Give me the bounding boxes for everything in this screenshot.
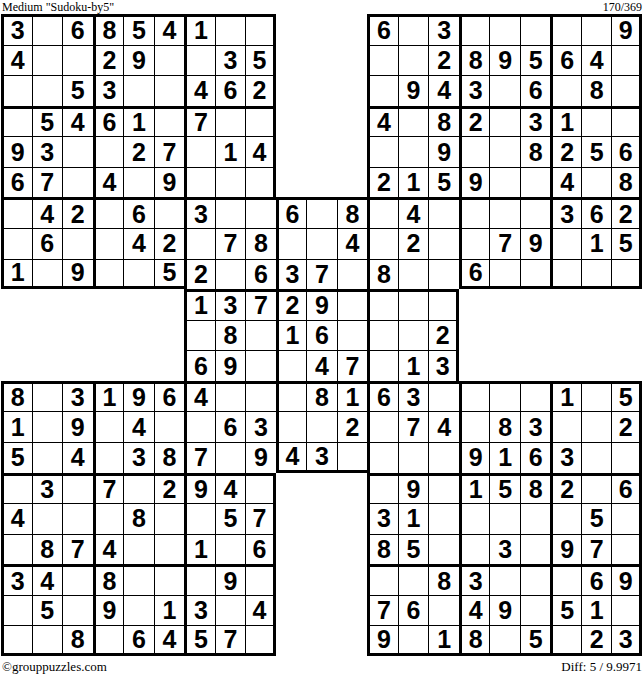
- sudoku-cell-empty[interactable]: [123, 75, 154, 106]
- void-cell: [306, 45, 337, 76]
- void-cell: [611, 350, 642, 381]
- sudoku-cell-empty[interactable]: [1, 106, 32, 137]
- sudoku-cell-empty[interactable]: [123, 259, 154, 290]
- void-cell: [93, 350, 124, 381]
- sudoku-cell-given: 8: [520, 136, 551, 167]
- sudoku-cell-empty[interactable]: [367, 320, 398, 351]
- sudoku-cell-given: 5: [581, 136, 612, 167]
- sudoku-cell-given: 2: [276, 289, 307, 320]
- sudoku-cell-given: 1: [581, 595, 612, 626]
- sudoku-cell-empty[interactable]: [62, 167, 93, 198]
- sudoku-cell-empty[interactable]: [184, 228, 215, 259]
- sudoku-cell-empty[interactable]: [245, 350, 276, 381]
- sudoku-cell-empty[interactable]: [306, 197, 337, 228]
- sudoku-cell-empty[interactable]: [62, 595, 93, 626]
- sudoku-cell-given: 8: [489, 411, 520, 442]
- sudoku-cell-empty[interactable]: [398, 136, 429, 167]
- sudoku-cell-empty[interactable]: [306, 228, 337, 259]
- sudoku-cell-empty[interactable]: [245, 473, 276, 504]
- sudoku-cell-empty[interactable]: [32, 75, 63, 106]
- sudoku-cell-empty[interactable]: [459, 534, 490, 565]
- sudoku-cell-empty[interactable]: [93, 442, 124, 473]
- sudoku-cell-empty[interactable]: [215, 381, 246, 412]
- sudoku-cell-empty[interactable]: [428, 259, 459, 290]
- sudoku-cell-empty[interactable]: [550, 503, 581, 534]
- sudoku-cell-given: 3: [184, 595, 215, 626]
- sudoku-cell-given: 3: [428, 350, 459, 381]
- sudoku-cell-empty[interactable]: [367, 45, 398, 76]
- sudoku-cell-empty[interactable]: [489, 503, 520, 534]
- sudoku-cell-given: 1: [276, 320, 307, 351]
- void-cell: [93, 320, 124, 351]
- sudoku-cell-given: 6: [398, 595, 429, 626]
- sudoku-cell-given: 6: [550, 45, 581, 76]
- sudoku-cell-given: 5: [581, 503, 612, 534]
- sudoku-cell-empty[interactable]: [367, 197, 398, 228]
- sudoku-cell-given: 6: [520, 75, 551, 106]
- sudoku-cell-empty[interactable]: [398, 564, 429, 595]
- sudoku-cell-empty[interactable]: [32, 381, 63, 412]
- sudoku-cell-given: 1: [93, 381, 124, 412]
- sudoku-cell-given: 4: [1, 45, 32, 76]
- sudoku-cell-empty[interactable]: [123, 167, 154, 198]
- sudoku-cell-empty[interactable]: [489, 625, 520, 656]
- sudoku-cell-given: 1: [581, 228, 612, 259]
- sudoku-cell-empty[interactable]: [154, 106, 185, 137]
- copyright-text: ©grouppuzzles.com: [2, 659, 107, 675]
- sudoku-cell-given: 4: [184, 381, 215, 412]
- sudoku-cell-empty[interactable]: [1, 197, 32, 228]
- sudoku-cell-empty[interactable]: [520, 534, 551, 565]
- sudoku-cell-empty[interactable]: [32, 45, 63, 76]
- sudoku-cell-empty[interactable]: [367, 228, 398, 259]
- sudoku-cell-empty[interactable]: [367, 473, 398, 504]
- sudoku-cell-empty[interactable]: [32, 625, 63, 656]
- sudoku-cell-empty[interactable]: [489, 14, 520, 45]
- sudoku-cell-empty[interactable]: [428, 381, 459, 412]
- sudoku-cell-empty[interactable]: [367, 350, 398, 381]
- sudoku-cell-empty[interactable]: [489, 167, 520, 198]
- sudoku-cell-empty[interactable]: [550, 625, 581, 656]
- sudoku-cell-given: 7: [215, 228, 246, 259]
- sudoku-cell-empty[interactable]: [62, 45, 93, 76]
- sudoku-cell-empty[interactable]: [611, 534, 642, 565]
- sudoku-cell-empty[interactable]: [215, 14, 246, 45]
- sudoku-cell-given: 5: [520, 45, 551, 76]
- sudoku-cell-empty[interactable]: [520, 503, 551, 534]
- void-cell: [337, 625, 368, 656]
- sudoku-cell-given: 6: [62, 14, 93, 45]
- sudoku-cell-given: 5: [123, 14, 154, 45]
- sudoku-cell-empty[interactable]: [520, 259, 551, 290]
- sudoku-cell-given: 9: [398, 75, 429, 106]
- sudoku-cell-given: 6: [581, 564, 612, 595]
- sudoku-cell-given: 3: [276, 259, 307, 290]
- sudoku-cell-given: 6: [306, 320, 337, 351]
- sudoku-cell-empty[interactable]: [276, 381, 307, 412]
- sudoku-cell-empty[interactable]: [62, 473, 93, 504]
- sudoku-cell-empty[interactable]: [428, 534, 459, 565]
- sudoku-cell-empty[interactable]: [367, 442, 398, 473]
- sudoku-cell-given: 8: [1, 381, 32, 412]
- sudoku-cell-empty[interactable]: [398, 625, 429, 656]
- sudoku-cell-empty[interactable]: [550, 259, 581, 290]
- sudoku-cell-empty[interactable]: [93, 197, 124, 228]
- sudoku-cell-given: 9: [62, 411, 93, 442]
- void-cell: [306, 167, 337, 198]
- sudoku-cell-empty[interactable]: [32, 259, 63, 290]
- sudoku-cell-empty[interactable]: [398, 14, 429, 45]
- sudoku-cell-given: 8: [215, 320, 246, 351]
- sudoku-cell-given: 7: [245, 289, 276, 320]
- sudoku-cell-empty[interactable]: [62, 228, 93, 259]
- sudoku-cell-empty[interactable]: [245, 14, 276, 45]
- void-cell: [550, 289, 581, 320]
- sudoku-cell-empty[interactable]: [611, 595, 642, 626]
- sudoku-cell-empty[interactable]: [581, 259, 612, 290]
- sudoku-cell-empty[interactable]: [62, 503, 93, 534]
- void-cell: [276, 106, 307, 137]
- sudoku-cell-given: 2: [245, 75, 276, 106]
- sudoku-cell-empty[interactable]: [550, 14, 581, 45]
- sudoku-cell-empty[interactable]: [489, 75, 520, 106]
- sudoku-cell-given: 8: [428, 106, 459, 137]
- sudoku-cell-given: 3: [1, 564, 32, 595]
- sudoku-cell-empty[interactable]: [215, 259, 246, 290]
- sudoku-cell-empty[interactable]: [245, 625, 276, 656]
- sudoku-cell-given: 8: [245, 228, 276, 259]
- void-cell: [337, 75, 368, 106]
- void-cell: [154, 289, 185, 320]
- sudoku-cell-empty[interactable]: [154, 75, 185, 106]
- void-cell: [1, 320, 32, 351]
- void-cell: [276, 136, 307, 167]
- sudoku-cell-empty[interactable]: [245, 564, 276, 595]
- sudoku-cell-empty[interactable]: [428, 228, 459, 259]
- sudoku-cell-empty[interactable]: [611, 75, 642, 106]
- sudoku-cell-empty[interactable]: [123, 473, 154, 504]
- sudoku-cell-empty[interactable]: [215, 534, 246, 565]
- sudoku-cell-empty[interactable]: [123, 534, 154, 565]
- sudoku-cell-empty[interactable]: [337, 289, 368, 320]
- sudoku-cell-empty[interactable]: [398, 442, 429, 473]
- sudoku-cell-empty[interactable]: [428, 442, 459, 473]
- sudoku-cell-empty[interactable]: [32, 442, 63, 473]
- sudoku-cell-given: 7: [398, 411, 429, 442]
- sudoku-cell-given: 5: [62, 75, 93, 106]
- sudoku-cell-given: 4: [184, 75, 215, 106]
- sudoku-cell-given: 6: [245, 534, 276, 565]
- sudoku-cell-empty[interactable]: [367, 75, 398, 106]
- sudoku-cell-given: 2: [581, 625, 612, 656]
- sudoku-cell-empty[interactable]: [611, 503, 642, 534]
- sudoku-cell-empty[interactable]: [611, 106, 642, 137]
- void-cell: [489, 350, 520, 381]
- sudoku-cell-empty[interactable]: [428, 503, 459, 534]
- sudoku-cell-given: 3: [459, 564, 490, 595]
- sudoku-cell-given: 5: [32, 595, 63, 626]
- void-cell: [32, 350, 63, 381]
- sudoku-cell-given: 9: [154, 167, 185, 198]
- sudoku-cell-empty[interactable]: [398, 45, 429, 76]
- sudoku-cell-given: 5: [245, 45, 276, 76]
- sudoku-cell-given: 4: [123, 411, 154, 442]
- sudoku-cell-empty[interactable]: [215, 197, 246, 228]
- sudoku-cell-given: 7: [215, 625, 246, 656]
- sudoku-cell-empty[interactable]: [62, 136, 93, 167]
- sudoku-cell-empty[interactable]: [1, 228, 32, 259]
- sudoku-cell-empty[interactable]: [611, 442, 642, 473]
- sudoku-cell-empty[interactable]: [215, 442, 246, 473]
- sudoku-cell-given: 9: [611, 14, 642, 45]
- sudoku-cell-empty[interactable]: [245, 197, 276, 228]
- sudoku-cell-empty[interactable]: [581, 411, 612, 442]
- sudoku-cell-empty[interactable]: [154, 503, 185, 534]
- sudoku-cell-given: 1: [398, 167, 429, 198]
- sudoku-cell-empty[interactable]: [459, 228, 490, 259]
- sudoku-cell-given: 5: [154, 259, 185, 290]
- sudoku-cell-given: 3: [428, 14, 459, 45]
- sudoku-cell-empty[interactable]: [93, 411, 124, 442]
- void-cell: [459, 350, 490, 381]
- sudoku-cell-given: 4: [1, 503, 32, 534]
- sudoku-cell-empty[interactable]: [581, 14, 612, 45]
- puzzle-title: Medium "Sudoku-by5": [2, 1, 114, 14]
- sudoku-cell-given: 9: [215, 350, 246, 381]
- sudoku-cell-empty[interactable]: [123, 595, 154, 626]
- void-cell: [611, 320, 642, 351]
- sudoku-cell-empty[interactable]: [93, 228, 124, 259]
- void-cell: [337, 136, 368, 167]
- sudoku-cell-empty[interactable]: [489, 259, 520, 290]
- sudoku-cell-empty[interactable]: [245, 106, 276, 137]
- sudoku-cell-empty[interactable]: [581, 167, 612, 198]
- sudoku-cell-empty[interactable]: [245, 320, 276, 351]
- sudoku-cell-given: 1: [550, 381, 581, 412]
- sudoku-cell-empty[interactable]: [398, 106, 429, 137]
- void-cell: [337, 564, 368, 595]
- sudoku-cell-given: 3: [215, 289, 246, 320]
- sudoku-cell-given: 4: [581, 45, 612, 76]
- sudoku-cell-empty[interactable]: [154, 534, 185, 565]
- sudoku-cell-given: 2: [154, 228, 185, 259]
- sudoku-cell-given: 2: [337, 411, 368, 442]
- void-cell: [154, 350, 185, 381]
- sudoku-cell-empty[interactable]: [459, 197, 490, 228]
- sudoku-cell-empty[interactable]: [123, 564, 154, 595]
- sudoku-cell-empty[interactable]: [1, 595, 32, 626]
- sudoku-cell-given: 3: [459, 75, 490, 106]
- sudoku-cell-given: 8: [459, 625, 490, 656]
- sudoku-cell-empty[interactable]: [154, 197, 185, 228]
- sudoku-cell-empty[interactable]: [581, 106, 612, 137]
- sudoku-cell-empty[interactable]: [550, 228, 581, 259]
- void-cell: [337, 106, 368, 137]
- sudoku-cell-empty[interactable]: [367, 136, 398, 167]
- sudoku-cell-empty[interactable]: [93, 625, 124, 656]
- sudoku-cell-given: 8: [62, 625, 93, 656]
- sudoku-cell-empty[interactable]: [1, 75, 32, 106]
- sudoku-cell-given: 9: [245, 442, 276, 473]
- sudoku-cell-empty[interactable]: [276, 228, 307, 259]
- sudoku-cell-given: 8: [32, 534, 63, 565]
- sudoku-cell-empty[interactable]: [32, 411, 63, 442]
- sudoku-cell-empty[interactable]: [520, 167, 551, 198]
- sudoku-cell-empty[interactable]: [337, 320, 368, 351]
- void-cell: [306, 625, 337, 656]
- sudoku-cell-empty[interactable]: [611, 45, 642, 76]
- sudoku-cell-empty[interactable]: [428, 289, 459, 320]
- sudoku-cell-empty[interactable]: [184, 564, 215, 595]
- sudoku-cell-empty[interactable]: [1, 473, 32, 504]
- sudoku-cell-empty[interactable]: [32, 503, 63, 534]
- sudoku-cell-empty[interactable]: [215, 595, 246, 626]
- sudoku-cell-empty[interactable]: [520, 564, 551, 595]
- sudoku-cell-empty[interactable]: [489, 136, 520, 167]
- sudoku-cell-empty[interactable]: [489, 106, 520, 137]
- sudoku-cell-empty[interactable]: [184, 45, 215, 76]
- sudoku-cell-empty[interactable]: [276, 411, 307, 442]
- sudoku-cell-given: 9: [428, 136, 459, 167]
- sudoku-cell-given: 5: [520, 625, 551, 656]
- void-cell: [1, 289, 32, 320]
- sudoku-cell-empty[interactable]: [398, 259, 429, 290]
- sudoku-cell-empty[interactable]: [459, 411, 490, 442]
- sudoku-cell-empty[interactable]: [32, 14, 63, 45]
- sudoku-cell-empty[interactable]: [184, 411, 215, 442]
- sudoku-cell-empty[interactable]: [215, 106, 246, 137]
- sudoku-cell-empty[interactable]: [489, 197, 520, 228]
- sudoku-cell-empty[interactable]: [520, 381, 551, 412]
- sudoku-cell-empty[interactable]: [459, 14, 490, 45]
- sudoku-cell-given: 7: [337, 350, 368, 381]
- sudoku-cell-given: 3: [611, 625, 642, 656]
- sudoku-cell-given: 4: [306, 350, 337, 381]
- sudoku-cell-empty[interactable]: [428, 595, 459, 626]
- void-cell: [306, 136, 337, 167]
- sudoku-cell-given: 9: [367, 625, 398, 656]
- sudoku-cell-empty[interactable]: [581, 442, 612, 473]
- sudoku-cell-empty[interactable]: [154, 564, 185, 595]
- sudoku-cell-given: 7: [32, 167, 63, 198]
- sudoku-cell-given: 6: [154, 381, 185, 412]
- sudoku-cell-empty[interactable]: [367, 564, 398, 595]
- sudoku-cell-empty[interactable]: [245, 167, 276, 198]
- sudoku-cell-empty[interactable]: [520, 14, 551, 45]
- sudoku-cell-empty[interactable]: [459, 136, 490, 167]
- sudoku-cell-empty[interactable]: [245, 381, 276, 412]
- sudoku-cell-empty[interactable]: [1, 534, 32, 565]
- sudoku-cell-empty[interactable]: [276, 350, 307, 381]
- sudoku-cell-given: 4: [550, 167, 581, 198]
- sudoku-cell-given: 1: [184, 289, 215, 320]
- sudoku-cell-empty[interactable]: [215, 167, 246, 198]
- sudoku-cell-empty[interactable]: [367, 411, 398, 442]
- sudoku-cell-empty[interactable]: [154, 411, 185, 442]
- sudoku-cell-empty[interactable]: [184, 136, 215, 167]
- puzzle-number: 170/369: [603, 1, 642, 14]
- sudoku-cell-given: 8: [93, 564, 124, 595]
- sudoku-cell-empty[interactable]: [520, 595, 551, 626]
- sudoku-cell-given: 8: [581, 75, 612, 106]
- sudoku-cell-empty[interactable]: [550, 411, 581, 442]
- void-cell: [520, 289, 551, 320]
- sudoku-cell-empty[interactable]: [306, 411, 337, 442]
- sudoku-cell-empty[interactable]: [550, 564, 581, 595]
- sudoku-cell-given: 8: [154, 442, 185, 473]
- sudoku-cell-given: 4: [154, 625, 185, 656]
- header: Medium "Sudoku-by5" 170/369: [2, 0, 642, 14]
- sudoku-board: 3685416394293528956453462943685461748231…: [1, 14, 642, 656]
- sudoku-cell-empty[interactable]: [489, 381, 520, 412]
- sudoku-cell-empty[interactable]: [581, 381, 612, 412]
- sudoku-cell-given: 7: [154, 136, 185, 167]
- sudoku-cell-given: 5: [611, 228, 642, 259]
- sudoku-cell-given: 4: [215, 473, 246, 504]
- void-cell: [306, 564, 337, 595]
- sudoku-cell-given: 7: [489, 228, 520, 259]
- sudoku-cell-empty[interactable]: [550, 75, 581, 106]
- sudoku-cell-empty[interactable]: [398, 289, 429, 320]
- sudoku-cell-empty[interactable]: [93, 136, 124, 167]
- sudoku-cell-given: 8: [306, 381, 337, 412]
- sudoku-cell-empty[interactable]: [489, 564, 520, 595]
- sudoku-cell-given: 6: [1, 167, 32, 198]
- void-cell: [306, 595, 337, 626]
- sudoku-cell-empty[interactable]: [520, 197, 551, 228]
- sudoku-cell-given: 1: [1, 259, 32, 290]
- sudoku-cell-empty[interactable]: [337, 442, 368, 473]
- sudoku-cell-given: 4: [93, 534, 124, 565]
- sudoku-cell-given: 3: [1, 14, 32, 45]
- sudoku-cell-given: 5: [428, 167, 459, 198]
- sudoku-cell-empty[interactable]: [459, 381, 490, 412]
- sudoku-cell-empty[interactable]: [184, 503, 215, 534]
- sudoku-cell-given: 6: [32, 228, 63, 259]
- sudoku-cell-given: 8: [428, 564, 459, 595]
- sudoku-cell-given: 2: [93, 45, 124, 76]
- sudoku-cell-empty[interactable]: [184, 167, 215, 198]
- sudoku-cell-empty[interactable]: [93, 503, 124, 534]
- sudoku-cell-given: 6: [520, 442, 551, 473]
- sudoku-cell-given: 6: [215, 411, 246, 442]
- sudoku-cell-given: 7: [306, 259, 337, 290]
- sudoku-cell-empty[interactable]: [398, 320, 429, 351]
- sudoku-cell-given: 1: [398, 503, 429, 534]
- sudoku-cell-empty[interactable]: [184, 320, 215, 351]
- sudoku-cell-empty[interactable]: [93, 259, 124, 290]
- sudoku-cell-given: 8: [459, 45, 490, 76]
- sudoku-cell-empty[interactable]: [62, 564, 93, 595]
- sudoku-cell-given: 9: [123, 381, 154, 412]
- sudoku-cell-empty[interactable]: [428, 197, 459, 228]
- sudoku-cell-empty[interactable]: [459, 503, 490, 534]
- sudoku-cell-empty[interactable]: [154, 45, 185, 76]
- void-cell: [581, 320, 612, 351]
- void-cell: [276, 167, 307, 198]
- sudoku-cell-empty[interactable]: [367, 289, 398, 320]
- sudoku-cell-given: 3: [306, 442, 337, 473]
- sudoku-cell-empty[interactable]: [428, 473, 459, 504]
- sudoku-cell-empty[interactable]: [1, 625, 32, 656]
- sudoku-cell-empty[interactable]: [581, 473, 612, 504]
- sudoku-cell-given: 3: [62, 381, 93, 412]
- sudoku-cell-given: 4: [245, 595, 276, 626]
- sudoku-cell-empty[interactable]: [337, 259, 368, 290]
- sudoku-by5-page: Medium "Sudoku-by5" 170/369 368541639429…: [0, 0, 643, 677]
- sudoku-cell-given: 4: [428, 75, 459, 106]
- sudoku-cell-empty[interactable]: [611, 259, 642, 290]
